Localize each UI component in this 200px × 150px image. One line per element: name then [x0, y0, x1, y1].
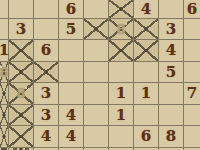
cell-r0-c8[interactable]: 6 [184, 0, 200, 19]
answer-digit: 3 [41, 86, 51, 101]
cell-r6-c6[interactable]: 6 [134, 126, 159, 148]
cell-r1-c0[interactable] [0, 19, 9, 40]
cell-r6-c8[interactable] [184, 126, 200, 148]
answer-digit: 1 [116, 86, 126, 101]
answer-digit: 5 [166, 65, 176, 80]
answer-digit: 6 [66, 2, 76, 17]
cell-r3-c3[interactable] [59, 62, 84, 83]
cell-r6-c5[interactable] [109, 126, 134, 148]
cell-r2-c7[interactable]: 4 [159, 40, 184, 62]
cell-r7-c4[interactable] [84, 148, 109, 150]
cell-r2-c3[interactable] [59, 40, 84, 62]
answer-digit: 6 [41, 43, 51, 58]
answer-digit: 7 [187, 86, 197, 101]
cell-r2-c4[interactable] [84, 40, 109, 62]
cell-r7-c2[interactable] [34, 148, 59, 150]
cell-r4-c0-blocked [0, 83, 9, 105]
cell-r5-c7[interactable] [159, 105, 184, 126]
cell-r7-c8[interactable] [184, 148, 200, 150]
cell-r3-c6[interactable] [134, 62, 159, 83]
cell-r5-c2[interactable]: 3 [34, 105, 59, 126]
clue-digit: 8 [16, 87, 25, 100]
cell-r6-c1-blocked [9, 126, 34, 148]
clue-highlight-dot [125, 23, 127, 25]
cell-r0-c2[interactable] [34, 0, 59, 19]
cell-r5-c8[interactable] [184, 105, 200, 126]
cell-r5-c1-blocked [9, 105, 34, 126]
cell-r4-c2[interactable]: 3 [34, 83, 59, 105]
cell-r7-c7[interactable] [159, 148, 184, 150]
cell-r1-c5-blocked: 8 [109, 19, 134, 40]
cell-r4-c8[interactable]: 7 [184, 83, 200, 105]
answer-digit: 4 [166, 43, 176, 58]
cell-r0-c7[interactable] [159, 0, 184, 19]
cell-r0-c3[interactable]: 6 [59, 0, 84, 19]
cell-r2-c6-blocked [134, 40, 159, 62]
answer-digit: 5 [66, 22, 76, 37]
answer-digit: 3 [16, 22, 26, 37]
cell-r0-c0[interactable] [0, 0, 9, 19]
cell-r2-c0[interactable]: 1 [0, 40, 9, 62]
answer-digit: 3 [166, 22, 176, 37]
cell-r2-c5-blocked [109, 40, 134, 62]
cell-r1-c7[interactable]: 3 [159, 19, 184, 40]
cell-r0-c6[interactable]: 4 [134, 0, 159, 19]
cell-r1-c4-blocked [84, 19, 109, 40]
cell-r3-c2-blocked [34, 62, 59, 83]
cell-r7-c6[interactable] [134, 148, 159, 150]
cell-r4-c7[interactable] [159, 83, 184, 105]
cell-r6-c3[interactable]: 4 [59, 126, 84, 148]
cell-r3-c4[interactable] [84, 62, 109, 83]
cell-r4-c6[interactable]: 1 [134, 83, 159, 105]
cell-r4-c3[interactable] [59, 83, 84, 105]
cell-r3-c5[interactable] [109, 62, 134, 83]
cell-r5-c3[interactable]: 4 [59, 105, 84, 126]
cell-r6-c2[interactable]: 4 [34, 126, 59, 148]
cell-r6-c4[interactable] [84, 126, 109, 148]
answer-digit: 3 [41, 108, 51, 123]
cell-r6-c0-blocked [0, 126, 9, 148]
cell-r0-c1[interactable] [9, 0, 34, 19]
cell-r2-c8[interactable] [184, 40, 200, 62]
answer-digit: 4 [66, 108, 76, 123]
cell-r2-c1-blocked [9, 40, 34, 62]
cell-r7-c0-blocked [0, 148, 9, 150]
cell-r4-c4[interactable] [84, 83, 109, 105]
answer-digit: 4 [141, 2, 151, 17]
cell-r7-c1-blocked [9, 148, 34, 150]
cell-r4-c1-blocked: 8 [9, 83, 34, 105]
clue-highlight-dot [0, 66, 2, 68]
answer-digit: 4 [41, 129, 51, 144]
cell-r1-c1[interactable]: 3 [9, 19, 34, 40]
cell-r5-c5[interactable]: 1 [109, 105, 134, 126]
cell-r5-c0-blocked [0, 105, 9, 126]
cell-r3-c7[interactable]: 5 [159, 62, 184, 83]
cell-r5-c6[interactable] [134, 105, 159, 126]
answer-digit: 6 [141, 129, 151, 144]
cell-r4-c5[interactable]: 1 [109, 83, 134, 105]
answer-digit: 1 [141, 86, 151, 101]
answer-digit: 4 [66, 129, 76, 144]
cell-r0-c4[interactable] [84, 0, 109, 19]
cell-r7-c3[interactable] [59, 148, 84, 150]
cell-r6-c7[interactable]: 8 [159, 126, 184, 148]
cell-r1-c6-blocked [134, 19, 159, 40]
answer-digit: 8 [166, 129, 176, 144]
cell-r3-c1-blocked [9, 62, 34, 83]
puzzle-screenshot: 646358316485831173414468 [0, 0, 200, 150]
cell-r3-c0-blocked: 8 [0, 62, 9, 83]
cell-r0-c5-blocked [109, 0, 134, 19]
cell-r7-c5[interactable] [109, 148, 134, 150]
cell-r1-c8[interactable] [184, 19, 200, 40]
cell-r5-c4[interactable] [84, 105, 109, 126]
cell-r3-c8[interactable] [184, 62, 200, 83]
answer-digit: 6 [187, 2, 197, 17]
answer-digit: 1 [116, 108, 126, 123]
cell-r1-c3[interactable]: 5 [59, 19, 84, 40]
cell-r1-c2[interactable] [34, 19, 59, 40]
answer-digit: 1 [0, 43, 9, 58]
puzzle-board: 646358316485831173414468 [0, 0, 200, 150]
clue-highlight-dot [25, 87, 27, 89]
cell-r2-c2[interactable]: 6 [34, 40, 59, 62]
